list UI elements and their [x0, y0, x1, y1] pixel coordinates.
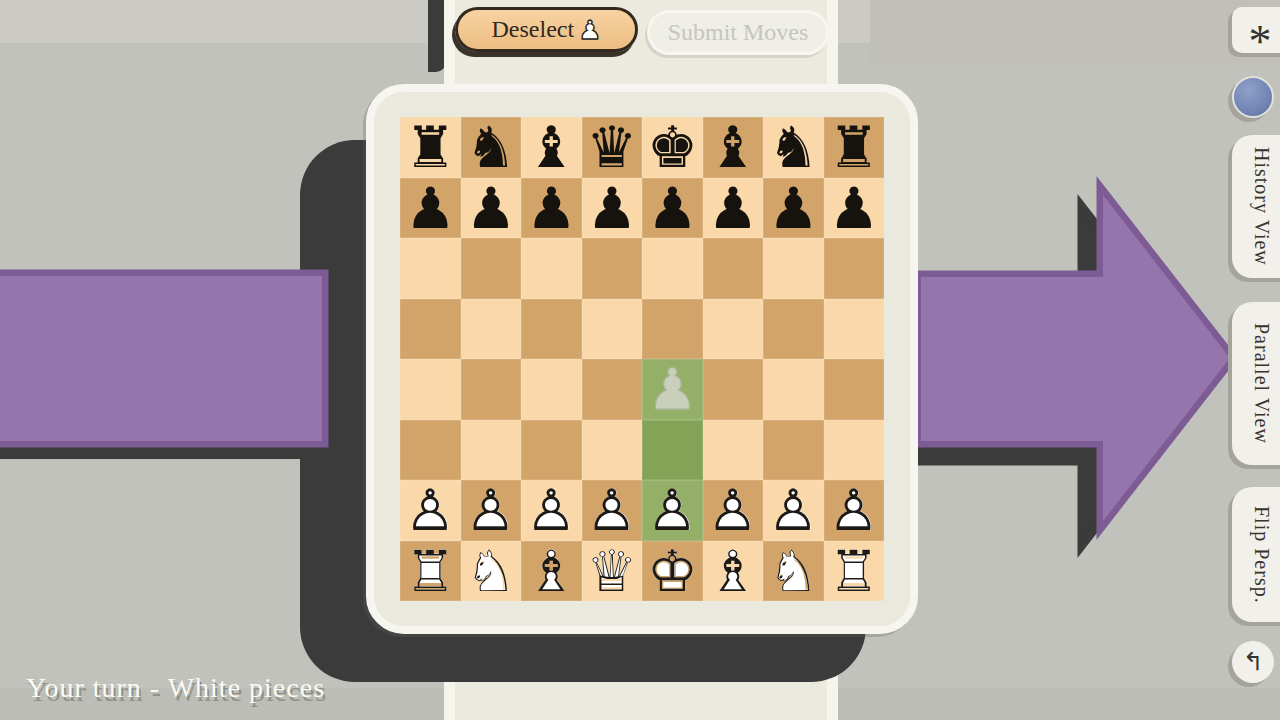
- white-piece-fill: ♟: [582, 480, 643, 541]
- black-piece-p: ♟: [642, 178, 703, 239]
- right-arrow-shadow: [902, 213, 1211, 539]
- undo-arrow-icon: ↰: [1243, 647, 1264, 676]
- asterisk-icon: *: [1249, 32, 1272, 52]
- history-view-label: History View: [1250, 147, 1273, 266]
- square-e4[interactable]: ♟: [642, 359, 703, 420]
- white-piece-b: ♗: [703, 541, 764, 602]
- black-piece-p: ♟: [703, 178, 764, 239]
- square-d2[interactable]: ♟♙: [582, 480, 643, 541]
- white-piece-fill: ♟: [703, 480, 764, 541]
- square-c6[interactable]: [521, 238, 582, 299]
- square-h2[interactable]: ♟♙: [824, 480, 885, 541]
- square-h5[interactable]: [824, 299, 885, 360]
- square-g4[interactable]: [763, 359, 824, 420]
- ghost-white-pawn: ♟: [642, 359, 703, 420]
- square-f7[interactable]: ♟: [703, 178, 764, 239]
- white-piece-p: ♙: [582, 480, 643, 541]
- square-b2[interactable]: ♟♙: [461, 480, 522, 541]
- white-piece-fill: ♞: [763, 541, 824, 602]
- square-b8[interactable]: ♞: [461, 117, 522, 178]
- square-c1[interactable]: ♝♗: [521, 541, 582, 602]
- black-piece-q: ♛: [582, 117, 643, 178]
- square-b1[interactable]: ♞♘: [461, 541, 522, 602]
- square-e1[interactable]: ♚♔: [642, 541, 703, 602]
- square-f6[interactable]: [703, 238, 764, 299]
- black-piece-p: ♟: [763, 178, 824, 239]
- right-arrow: [921, 195, 1230, 521]
- white-piece-r: ♖: [400, 541, 461, 602]
- square-d6[interactable]: [582, 238, 643, 299]
- square-h6[interactable]: [824, 238, 885, 299]
- square-g7[interactable]: ♟: [763, 178, 824, 239]
- white-piece-b: ♗: [521, 541, 582, 602]
- flip-perspective-button[interactable]: Flip Persp.: [1232, 487, 1280, 622]
- square-a6[interactable]: [400, 238, 461, 299]
- square-g8[interactable]: ♞: [763, 117, 824, 178]
- submit-moves-label: Submit Moves: [668, 19, 809, 46]
- flip-perspective-label: Flip Persp.: [1250, 506, 1273, 604]
- white-piece-p: ♙: [521, 480, 582, 541]
- square-h8[interactable]: ♜: [824, 117, 885, 178]
- square-e3[interactable]: [642, 420, 703, 481]
- white-piece-fill: ♟: [824, 480, 885, 541]
- white-piece-fill: ♛: [582, 541, 643, 602]
- square-d7[interactable]: ♟: [582, 178, 643, 239]
- black-piece-p: ♟: [582, 178, 643, 239]
- square-a2[interactable]: ♟♙: [400, 480, 461, 541]
- square-e5[interactable]: [642, 299, 703, 360]
- deselect-label: Deselect: [492, 16, 575, 43]
- white-piece-fill: ♚: [642, 541, 703, 602]
- turn-status-text: Your turn - White pieces: [26, 672, 325, 704]
- square-h4[interactable]: [824, 359, 885, 420]
- square-f2[interactable]: ♟♙: [703, 480, 764, 541]
- square-a4[interactable]: [400, 359, 461, 420]
- square-e8[interactable]: ♚: [642, 117, 703, 178]
- square-d3[interactable]: [582, 420, 643, 481]
- square-g6[interactable]: [763, 238, 824, 299]
- black-piece-p: ♟: [824, 178, 885, 239]
- undo-button[interactable]: ↰: [1232, 641, 1274, 683]
- white-piece-fill: ♜: [824, 541, 885, 602]
- square-d5[interactable]: [582, 299, 643, 360]
- white-piece-fill: ♜: [400, 541, 461, 602]
- white-piece-p: ♙: [824, 480, 885, 541]
- white-pawn-icon: ♟: [578, 17, 601, 43]
- square-c5[interactable]: [521, 299, 582, 360]
- black-piece-r: ♜: [824, 117, 885, 178]
- white-piece-fill: ♞: [461, 541, 522, 602]
- square-g5[interactable]: [763, 299, 824, 360]
- square-e7[interactable]: ♟: [642, 178, 703, 239]
- chess-board: ♜♞♝♛♚♝♞♜♟♟♟♟♟♟♟♟♟♟♙♟♙♟♙♟♙♟♙♟♙♟♙♟♙♜♖♞♘♝♗♛…: [400, 117, 884, 601]
- square-a1[interactable]: ♜♖: [400, 541, 461, 602]
- square-e2[interactable]: ♟♙: [642, 480, 703, 541]
- square-a8[interactable]: ♜: [400, 117, 461, 178]
- square-f3[interactable]: [703, 420, 764, 481]
- white-piece-r: ♖: [824, 541, 885, 602]
- square-d8[interactable]: ♛: [582, 117, 643, 178]
- square-g3[interactable]: [763, 420, 824, 481]
- square-a7[interactable]: ♟: [400, 178, 461, 239]
- parallel-view-button[interactable]: Parallel View: [1232, 302, 1280, 465]
- parallel-view-label: Parallel View: [1250, 323, 1273, 444]
- black-piece-p: ♟: [461, 178, 522, 239]
- square-e6[interactable]: [642, 238, 703, 299]
- black-piece-k: ♚: [642, 117, 703, 178]
- black-piece-n: ♞: [763, 117, 824, 178]
- background-tile-top-right: [870, 0, 1280, 65]
- white-piece-fill: ♟: [521, 480, 582, 541]
- square-f5[interactable]: [703, 299, 764, 360]
- square-a5[interactable]: [400, 299, 461, 360]
- star-button[interactable]: *: [1232, 7, 1280, 53]
- submit-moves-button[interactable]: Submit Moves: [647, 10, 829, 55]
- history-view-button[interactable]: History View: [1232, 135, 1280, 278]
- left-arrow: [0, 276, 322, 441]
- black-piece-b: ♝: [521, 117, 582, 178]
- white-piece-p: ♙: [642, 480, 703, 541]
- square-d4[interactable]: [582, 359, 643, 420]
- black-piece-p: ♟: [521, 178, 582, 239]
- white-piece-p: ♙: [461, 480, 522, 541]
- square-a3[interactable]: [400, 420, 461, 481]
- white-piece-fill: ♝: [521, 541, 582, 602]
- white-piece-q: ♕: [582, 541, 643, 602]
- black-piece-n: ♞: [461, 117, 522, 178]
- white-piece-fill: ♟: [461, 480, 522, 541]
- black-piece-p: ♟: [400, 178, 461, 239]
- left-arrow-shadow: [0, 294, 303, 459]
- white-piece-fill: ♟: [642, 480, 703, 541]
- square-b7[interactable]: ♟: [461, 178, 522, 239]
- square-h3[interactable]: [824, 420, 885, 481]
- square-b4[interactable]: [461, 359, 522, 420]
- square-b6[interactable]: [461, 238, 522, 299]
- deselect-button[interactable]: Deselect ♟: [455, 7, 638, 52]
- square-b5[interactable]: [461, 299, 522, 360]
- square-c2[interactable]: ♟♙: [521, 480, 582, 541]
- black-piece-r: ♜: [400, 117, 461, 178]
- sphere-button[interactable]: [1232, 76, 1274, 118]
- white-piece-n: ♘: [763, 541, 824, 602]
- white-piece-fill: ♟: [763, 480, 824, 541]
- white-piece-p: ♙: [763, 480, 824, 541]
- square-h1[interactable]: ♜♖: [824, 541, 885, 602]
- square-d1[interactable]: ♛♕: [582, 541, 643, 602]
- square-f1[interactable]: ♝♗: [703, 541, 764, 602]
- white-piece-p: ♙: [400, 480, 461, 541]
- square-f8[interactable]: ♝: [703, 117, 764, 178]
- square-g1[interactable]: ♞♘: [763, 541, 824, 602]
- square-c8[interactable]: ♝: [521, 117, 582, 178]
- square-b3[interactable]: [461, 420, 522, 481]
- white-piece-fill: ♟: [400, 480, 461, 541]
- square-h7[interactable]: ♟: [824, 178, 885, 239]
- black-piece-b: ♝: [703, 117, 764, 178]
- square-g2[interactable]: ♟♙: [763, 480, 824, 541]
- square-f4[interactable]: [703, 359, 764, 420]
- white-piece-fill: ♝: [703, 541, 764, 602]
- square-c3[interactable]: [521, 420, 582, 481]
- square-c7[interactable]: ♟: [521, 178, 582, 239]
- white-piece-p: ♙: [703, 480, 764, 541]
- white-piece-k: ♔: [642, 541, 703, 602]
- white-piece-n: ♘: [461, 541, 522, 602]
- square-c4[interactable]: [521, 359, 582, 420]
